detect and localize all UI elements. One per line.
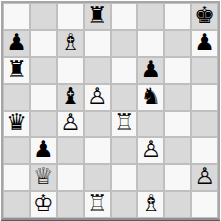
square-e3[interactable] [111,137,138,164]
square-g5[interactable] [164,84,191,111]
square-d3[interactable] [84,137,111,164]
square-e7[interactable] [111,30,138,57]
square-c8[interactable] [57,3,84,30]
square-h4[interactable] [191,111,218,138]
square-a6[interactable]: ♜ [3,57,30,84]
square-h2[interactable]: ♙ [191,164,218,191]
square-c1[interactable] [57,191,84,218]
square-g8[interactable] [164,3,191,30]
square-d1[interactable]: ♖ [84,191,111,218]
square-g1[interactable] [164,191,191,218]
square-h3[interactable] [191,137,218,164]
square-d8[interactable]: ♜ [84,3,111,30]
square-d5[interactable]: ♙ [84,84,111,111]
piece-white-bishop[interactable]: ♗ [60,31,81,54]
piece-white-rook[interactable]: ♖ [114,111,135,134]
piece-white-pawn[interactable]: ♙ [194,165,215,188]
square-e5[interactable] [111,84,138,111]
square-d2[interactable] [84,164,111,191]
piece-white-pawn[interactable]: ♙ [87,85,108,108]
square-b7[interactable] [30,30,57,57]
square-c2[interactable] [57,164,84,191]
square-h6[interactable] [191,57,218,84]
square-b2[interactable]: ♕ [30,164,57,191]
chess-diagram: ♜♚♟♗♟♜♟♝♙♞♛♙♖♟♙♕♙♔♖♗ [0,0,221,221]
square-a4[interactable]: ♛ [3,111,30,138]
piece-white-pawn[interactable]: ♙ [141,138,162,161]
piece-black-rook[interactable]: ♜ [87,4,108,27]
square-c3[interactable] [57,137,84,164]
piece-white-pawn[interactable]: ♙ [60,111,81,134]
square-d4[interactable] [84,111,111,138]
square-h5[interactable] [191,84,218,111]
square-a7[interactable]: ♟ [3,30,30,57]
piece-white-bishop[interactable]: ♗ [141,192,162,215]
piece-black-pawn[interactable]: ♟ [141,58,162,81]
piece-black-pawn[interactable]: ♟ [33,138,54,161]
square-e1[interactable] [111,191,138,218]
piece-black-pawn[interactable]: ♟ [194,31,215,54]
square-g7[interactable] [164,30,191,57]
square-g3[interactable] [164,137,191,164]
square-c5[interactable]: ♝ [57,84,84,111]
square-d6[interactable] [84,57,111,84]
square-g6[interactable] [164,57,191,84]
square-c6[interactable] [57,57,84,84]
board-frame: ♜♚♟♗♟♜♟♝♙♞♛♙♖♟♙♕♙♔♖♗ [1,1,220,220]
square-g2[interactable] [164,164,191,191]
square-g4[interactable] [164,111,191,138]
square-f1[interactable]: ♗ [137,191,164,218]
square-f6[interactable]: ♟ [137,57,164,84]
square-f5[interactable]: ♞ [137,84,164,111]
square-f4[interactable] [137,111,164,138]
piece-black-knight[interactable]: ♞ [141,85,162,108]
square-b8[interactable] [30,3,57,30]
square-f7[interactable] [137,30,164,57]
square-a8[interactable] [3,3,30,30]
square-b6[interactable] [30,57,57,84]
square-b4[interactable] [30,111,57,138]
chess-board: ♜♚♟♗♟♜♟♝♙♞♛♙♖♟♙♕♙♔♖♗ [3,3,218,218]
square-a3[interactable] [3,137,30,164]
piece-black-king[interactable]: ♚ [194,4,215,27]
piece-black-rook[interactable]: ♜ [6,58,27,81]
square-e6[interactable] [111,57,138,84]
square-h8[interactable]: ♚ [191,3,218,30]
square-a1[interactable] [3,191,30,218]
square-c7[interactable]: ♗ [57,30,84,57]
square-c4[interactable]: ♙ [57,111,84,138]
piece-white-rook[interactable]: ♖ [87,192,108,215]
square-e2[interactable] [111,164,138,191]
piece-white-queen[interactable]: ♕ [33,165,54,188]
piece-black-queen[interactable]: ♛ [6,111,27,134]
square-f2[interactable] [137,164,164,191]
square-b1[interactable]: ♔ [30,191,57,218]
square-e4[interactable]: ♖ [111,111,138,138]
square-e8[interactable] [111,3,138,30]
square-h7[interactable]: ♟ [191,30,218,57]
square-a5[interactable] [3,84,30,111]
square-a2[interactable] [3,164,30,191]
piece-black-pawn[interactable]: ♟ [6,31,27,54]
square-b3[interactable]: ♟ [30,137,57,164]
square-d7[interactable] [84,30,111,57]
square-f8[interactable] [137,3,164,30]
piece-white-king[interactable]: ♔ [33,192,54,215]
square-b5[interactable] [30,84,57,111]
square-h1[interactable] [191,191,218,218]
square-f3[interactable]: ♙ [137,137,164,164]
piece-black-bishop[interactable]: ♝ [60,85,81,108]
